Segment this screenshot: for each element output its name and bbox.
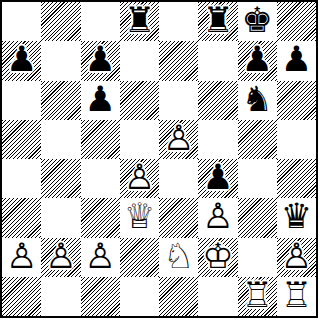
piece-face: ♔: [198, 238, 237, 277]
square-g8[interactable]: ♚♚: [238, 2, 277, 41]
square-h5[interactable]: [277, 120, 316, 159]
square-b4[interactable]: [41, 159, 80, 198]
square-g3[interactable]: [238, 198, 277, 237]
square-c1[interactable]: [81, 277, 120, 316]
white-pawn[interactable]: ♟♙: [159, 120, 198, 159]
square-a5[interactable]: [2, 120, 41, 159]
square-f5[interactable]: [198, 120, 237, 159]
black-pawn[interactable]: ♟♟: [277, 41, 316, 80]
piece-face: ♚: [238, 2, 277, 41]
black-pawn[interactable]: ♟♟: [2, 41, 41, 80]
square-f8[interactable]: ♜♜: [198, 2, 237, 41]
square-h7[interactable]: ♟♟: [277, 41, 316, 80]
piece-face: ♕: [120, 198, 159, 237]
square-b6[interactable]: [41, 81, 80, 120]
square-h4[interactable]: [277, 159, 316, 198]
piece-face: ♖: [277, 277, 316, 316]
piece-face: ♟: [277, 41, 316, 80]
piece-face: ♞: [238, 81, 277, 120]
square-c2[interactable]: ♟♙: [81, 238, 120, 277]
piece-face: ♟: [81, 41, 120, 80]
square-c7[interactable]: ♟♟: [81, 41, 120, 80]
square-d4[interactable]: ♟♙: [120, 159, 159, 198]
square-f3[interactable]: ♟♙: [198, 198, 237, 237]
black-queen[interactable]: ♛♛: [277, 198, 316, 237]
black-pawn[interactable]: ♟♟: [238, 41, 277, 80]
square-g4[interactable]: [238, 159, 277, 198]
square-b3[interactable]: [41, 198, 80, 237]
black-pawn[interactable]: ♟♟: [198, 159, 237, 198]
piece-face: ♙: [159, 120, 198, 159]
square-e8[interactable]: [159, 2, 198, 41]
piece-face: ♟: [198, 159, 237, 198]
square-h6[interactable]: [277, 81, 316, 120]
chess-diagram: ♜♜♜♜♚♚♟♟♟♟♟♟♟♟♟♟♞♞♟♙♟♙♟♟♛♕♟♙♛♛♟♙♟♙♟♙♞♘♚♔…: [0, 0, 320, 320]
white-pawn[interactable]: ♟♙: [41, 238, 80, 277]
square-f2[interactable]: ♚♔: [198, 238, 237, 277]
piece-face: ♟: [81, 81, 120, 120]
piece-face: ♛: [277, 198, 316, 237]
square-c8[interactable]: [81, 2, 120, 41]
black-rook[interactable]: ♜♜: [120, 2, 159, 41]
square-c3[interactable]: [81, 198, 120, 237]
square-f4[interactable]: ♟♟: [198, 159, 237, 198]
white-pawn[interactable]: ♟♙: [81, 238, 120, 277]
piece-face: ♙: [2, 238, 41, 277]
square-b7[interactable]: [41, 41, 80, 80]
square-e6[interactable]: [159, 81, 198, 120]
square-g6[interactable]: ♞♞: [238, 81, 277, 120]
square-h8[interactable]: [277, 2, 316, 41]
square-g7[interactable]: ♟♟: [238, 41, 277, 80]
square-d3[interactable]: ♛♕: [120, 198, 159, 237]
white-knight[interactable]: ♞♘: [159, 238, 198, 277]
square-a3[interactable]: [2, 198, 41, 237]
piece-face: ♟: [238, 41, 277, 80]
square-e4[interactable]: [159, 159, 198, 198]
square-h2[interactable]: ♟♙: [277, 238, 316, 277]
square-g5[interactable]: [238, 120, 277, 159]
piece-face: ♙: [81, 238, 120, 277]
square-d5[interactable]: [120, 120, 159, 159]
square-b8[interactable]: [41, 2, 80, 41]
square-e1[interactable]: [159, 277, 198, 316]
square-b1[interactable]: [41, 277, 80, 316]
piece-face: ♖: [238, 277, 277, 316]
white-king[interactable]: ♚♔: [198, 238, 237, 277]
square-a2[interactable]: ♟♙: [2, 238, 41, 277]
square-a4[interactable]: [2, 159, 41, 198]
square-a8[interactable]: [2, 2, 41, 41]
white-rook[interactable]: ♜♖: [238, 277, 277, 316]
square-a6[interactable]: [2, 81, 41, 120]
black-pawn[interactable]: ♟♟: [81, 41, 120, 80]
black-rook[interactable]: ♜♜: [198, 2, 237, 41]
black-king[interactable]: ♚♚: [238, 2, 277, 41]
white-pawn[interactable]: ♟♙: [277, 238, 316, 277]
square-c5[interactable]: [81, 120, 120, 159]
square-d2[interactable]: [120, 238, 159, 277]
square-c6[interactable]: ♟♟: [81, 81, 120, 120]
white-pawn[interactable]: ♟♙: [2, 238, 41, 277]
white-queen[interactable]: ♛♕: [120, 198, 159, 237]
square-f7[interactable]: [198, 41, 237, 80]
piece-face: ♟: [2, 41, 41, 80]
square-a7[interactable]: ♟♟: [2, 41, 41, 80]
square-f6[interactable]: [198, 81, 237, 120]
piece-face: ♜: [120, 2, 159, 41]
square-a1[interactable]: [2, 277, 41, 316]
white-pawn[interactable]: ♟♙: [120, 159, 159, 198]
square-e2[interactable]: ♞♘: [159, 238, 198, 277]
square-d8[interactable]: ♜♜: [120, 2, 159, 41]
square-d6[interactable]: [120, 81, 159, 120]
square-e3[interactable]: [159, 198, 198, 237]
piece-face: ♙: [277, 238, 316, 277]
piece-face: ♙: [41, 238, 80, 277]
white-rook[interactable]: ♜♖: [277, 277, 316, 316]
square-c4[interactable]: [81, 159, 120, 198]
square-b2[interactable]: ♟♙: [41, 238, 80, 277]
piece-face: ♜: [198, 2, 237, 41]
piece-face: ♙: [120, 159, 159, 198]
square-e7[interactable]: [159, 41, 198, 80]
square-f1[interactable]: [198, 277, 237, 316]
black-pawn[interactable]: ♟♟: [81, 81, 120, 120]
piece-face: ♘: [159, 238, 198, 277]
chess-board: ♜♜♜♜♚♚♟♟♟♟♟♟♟♟♟♟♞♞♟♙♟♙♟♟♛♕♟♙♛♛♟♙♟♙♟♙♞♘♚♔…: [0, 0, 318, 318]
square-h1[interactable]: ♜♖: [277, 277, 316, 316]
black-knight[interactable]: ♞♞: [238, 81, 277, 120]
square-d7[interactable]: [120, 41, 159, 80]
square-b5[interactable]: [41, 120, 80, 159]
piece-face: ♙: [198, 198, 237, 237]
square-g1[interactable]: ♜♖: [238, 277, 277, 316]
square-h3[interactable]: ♛♛: [277, 198, 316, 237]
square-e5[interactable]: ♟♙: [159, 120, 198, 159]
square-d1[interactable]: [120, 277, 159, 316]
square-g2[interactable]: [238, 238, 277, 277]
white-pawn[interactable]: ♟♙: [198, 198, 237, 237]
